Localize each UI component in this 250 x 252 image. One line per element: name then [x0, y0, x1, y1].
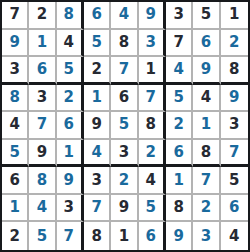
cell-r9c5-given[interactable]: 1	[111, 222, 138, 250]
cell-r9c9-given[interactable]: 4	[221, 222, 248, 250]
cell-r3c9-given[interactable]: 8	[221, 57, 248, 85]
cell-r2c7-given[interactable]: 7	[166, 30, 193, 58]
cell-r5c7-solved[interactable]: 2	[166, 112, 193, 140]
cell-r7c2-solved[interactable]: 8	[29, 167, 56, 195]
cell-r2c1-solved[interactable]: 9	[2, 30, 29, 58]
cell-r7c8-solved[interactable]: 7	[193, 167, 220, 195]
cell-r1c8-given[interactable]: 5	[193, 2, 220, 30]
cell-r2c2-solved[interactable]: 1	[29, 30, 56, 58]
cell-r5c3-solved[interactable]: 6	[57, 112, 84, 140]
cell-r9c3-solved[interactable]: 7	[57, 222, 84, 250]
cell-r7c7-solved[interactable]: 1	[166, 167, 193, 195]
cell-r7c9-given[interactable]: 5	[221, 167, 248, 195]
cell-r7c1-given[interactable]: 6	[2, 167, 29, 195]
cell-r6c1-solved[interactable]: 5	[2, 140, 29, 168]
cell-r5c4-given[interactable]: 9	[84, 112, 111, 140]
cell-r4c4-solved[interactable]: 1	[84, 85, 111, 113]
sudoku-board: 7286493519145837623652714988321675494769…	[0, 0, 250, 252]
cell-r4c9-solved[interactable]: 9	[221, 85, 248, 113]
cell-r2c4-solved[interactable]: 5	[84, 30, 111, 58]
cell-r3c1-given[interactable]: 3	[2, 57, 29, 85]
cell-r4c2-given[interactable]: 3	[29, 85, 56, 113]
cell-r1c1-given[interactable]: 7	[2, 2, 29, 30]
cell-r5c5-solved[interactable]: 5	[111, 112, 138, 140]
cell-r9c4-given[interactable]: 8	[84, 222, 111, 250]
cell-r9c1-given[interactable]: 2	[2, 222, 29, 250]
cell-r3c5-solved[interactable]: 7	[111, 57, 138, 85]
cell-r4c5-given[interactable]: 6	[111, 85, 138, 113]
cell-r8c2-solved[interactable]: 4	[29, 195, 56, 223]
cell-r6c8-given[interactable]: 8	[193, 140, 220, 168]
cell-r6c2-given[interactable]: 9	[29, 140, 56, 168]
cell-r2c9-solved[interactable]: 2	[221, 30, 248, 58]
cell-r9c2-solved[interactable]: 5	[29, 222, 56, 250]
cell-r2c3-given[interactable]: 4	[57, 30, 84, 58]
cell-r1c5-solved[interactable]: 4	[111, 2, 138, 30]
cell-r8c8-solved[interactable]: 2	[193, 195, 220, 223]
cell-r1c9-given[interactable]: 1	[221, 2, 248, 30]
cell-r5c9-given[interactable]: 3	[221, 112, 248, 140]
cell-r6c7-solved[interactable]: 6	[166, 140, 193, 168]
cell-r6c6-solved[interactable]: 2	[139, 140, 166, 168]
cell-r7c5-solved[interactable]: 2	[111, 167, 138, 195]
cell-r5c1-given[interactable]: 4	[2, 112, 29, 140]
cell-r9c8-solved[interactable]: 3	[193, 222, 220, 250]
cell-r2c8-solved[interactable]: 6	[193, 30, 220, 58]
cell-r6c9-solved[interactable]: 7	[221, 140, 248, 168]
cell-r8c3-given[interactable]: 3	[57, 195, 84, 223]
cell-r5c2-solved[interactable]: 7	[29, 112, 56, 140]
cell-r4c3-solved[interactable]: 2	[57, 85, 84, 113]
cell-r7c3-solved[interactable]: 9	[57, 167, 84, 195]
cell-r9c7-solved[interactable]: 9	[166, 222, 193, 250]
cell-r9c6-solved[interactable]: 6	[139, 222, 166, 250]
cell-r3c4-given[interactable]: 2	[84, 57, 111, 85]
cell-r6c4-solved[interactable]: 4	[84, 140, 111, 168]
cell-r4c8-given[interactable]: 4	[193, 85, 220, 113]
cell-r6c3-solved[interactable]: 1	[57, 140, 84, 168]
cell-r1c4-solved[interactable]: 6	[84, 2, 111, 30]
cell-r1c2-given[interactable]: 2	[29, 2, 56, 30]
cell-r8c1-solved[interactable]: 1	[2, 195, 29, 223]
cell-r7c6-given[interactable]: 4	[139, 167, 166, 195]
cell-r3c6-given[interactable]: 1	[139, 57, 166, 85]
cell-r6c5-given[interactable]: 3	[111, 140, 138, 168]
cell-r3c8-solved[interactable]: 9	[193, 57, 220, 85]
cell-r3c3-solved[interactable]: 5	[57, 57, 84, 85]
cell-r1c6-solved[interactable]: 9	[139, 2, 166, 30]
cell-r3c2-solved[interactable]: 6	[29, 57, 56, 85]
cell-r3c7-solved[interactable]: 4	[166, 57, 193, 85]
cell-r2c5-given[interactable]: 8	[111, 30, 138, 58]
cell-r8c6-solved[interactable]: 5	[139, 195, 166, 223]
cell-r8c9-solved[interactable]: 6	[221, 195, 248, 223]
cell-r4c7-solved[interactable]: 5	[166, 85, 193, 113]
cell-r7c4-given[interactable]: 3	[84, 167, 111, 195]
cell-r8c7-given[interactable]: 8	[166, 195, 193, 223]
cell-r8c4-solved[interactable]: 7	[84, 195, 111, 223]
cell-r4c1-solved[interactable]: 8	[2, 85, 29, 113]
cell-r1c3-solved[interactable]: 8	[57, 2, 84, 30]
cell-r2c6-solved[interactable]: 3	[139, 30, 166, 58]
cell-r8c5-given[interactable]: 9	[111, 195, 138, 223]
cell-r1c7-given[interactable]: 3	[166, 2, 193, 30]
cell-r5c8-solved[interactable]: 1	[193, 112, 220, 140]
cell-r5c6-given[interactable]: 8	[139, 112, 166, 140]
sudoku-app: 7286493519145837623652714988321675494769…	[0, 0, 250, 252]
cell-r4c6-solved[interactable]: 7	[139, 85, 166, 113]
